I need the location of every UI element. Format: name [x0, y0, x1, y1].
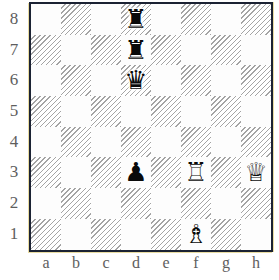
black-rook-d8: ♜	[121, 4, 151, 35]
square-d8[interactable]: ♜	[121, 4, 151, 35]
board: ♜♜♛♟♖♕♗	[29, 2, 273, 252]
square-b8[interactable]	[61, 4, 91, 35]
square-e3[interactable]	[151, 157, 181, 188]
square-f8[interactable]	[181, 4, 211, 35]
square-h2[interactable]	[241, 188, 271, 219]
file-label-d: d	[121, 251, 151, 275]
square-h4[interactable]	[241, 127, 271, 158]
square-g2[interactable]	[211, 188, 241, 219]
square-g4[interactable]	[211, 127, 241, 158]
square-b1[interactable]	[61, 219, 91, 250]
file-label-c: c	[91, 251, 121, 275]
white-rook-f3: ♖	[181, 157, 211, 188]
square-a6[interactable]	[31, 65, 61, 96]
rank-label-2: 2	[0, 188, 28, 219]
chess-diagram: 87654321 ♜♜♛♟♖♕♗ abcdefgh	[0, 0, 279, 280]
square-d4[interactable]	[121, 127, 151, 158]
square-b6[interactable]	[61, 65, 91, 96]
rank-labels: 87654321	[0, 4, 28, 250]
square-g3[interactable]	[211, 157, 241, 188]
black-pawn-d3: ♟	[121, 157, 151, 188]
file-label-g: g	[211, 251, 241, 275]
file-labels: abcdefgh	[31, 251, 271, 275]
square-a4[interactable]	[31, 127, 61, 158]
square-e7[interactable]	[151, 35, 181, 66]
square-e4[interactable]	[151, 127, 181, 158]
square-a3[interactable]	[31, 157, 61, 188]
square-b4[interactable]	[61, 127, 91, 158]
square-c2[interactable]	[91, 188, 121, 219]
square-g6[interactable]	[211, 65, 241, 96]
square-a7[interactable]	[31, 35, 61, 66]
square-f4[interactable]	[181, 127, 211, 158]
square-a8[interactable]	[31, 4, 61, 35]
square-f7[interactable]	[181, 35, 211, 66]
square-e6[interactable]	[151, 65, 181, 96]
square-d1[interactable]	[121, 219, 151, 250]
square-c8[interactable]	[91, 4, 121, 35]
rank-label-3: 3	[0, 157, 28, 188]
black-queen-d6: ♛	[121, 65, 151, 96]
square-c4[interactable]	[91, 127, 121, 158]
square-e2[interactable]	[151, 188, 181, 219]
square-d7[interactable]: ♜	[121, 35, 151, 66]
square-b2[interactable]	[61, 188, 91, 219]
file-label-a: a	[31, 251, 61, 275]
square-c7[interactable]	[91, 35, 121, 66]
square-a5[interactable]	[31, 96, 61, 127]
black-rook-d7: ♜	[121, 35, 151, 66]
file-label-b: b	[61, 251, 91, 275]
square-h7[interactable]	[241, 35, 271, 66]
square-h3[interactable]: ♕	[241, 157, 271, 188]
square-d2[interactable]	[121, 188, 151, 219]
square-c1[interactable]	[91, 219, 121, 250]
square-h1[interactable]	[241, 219, 271, 250]
square-g8[interactable]	[211, 4, 241, 35]
square-g7[interactable]	[211, 35, 241, 66]
file-label-h: h	[241, 251, 271, 275]
square-f2[interactable]	[181, 188, 211, 219]
square-f5[interactable]	[181, 96, 211, 127]
white-bishop-f1: ♗	[181, 219, 211, 250]
square-h5[interactable]	[241, 96, 271, 127]
square-c3[interactable]	[91, 157, 121, 188]
square-d6[interactable]: ♛	[121, 65, 151, 96]
square-g1[interactable]	[211, 219, 241, 250]
square-h6[interactable]	[241, 65, 271, 96]
rank-label-6: 6	[0, 65, 28, 96]
white-queen-h3: ♕	[241, 157, 271, 188]
square-e1[interactable]	[151, 219, 181, 250]
square-e5[interactable]	[151, 96, 181, 127]
square-b7[interactable]	[61, 35, 91, 66]
square-d3[interactable]: ♟	[121, 157, 151, 188]
file-label-e: e	[151, 251, 181, 275]
square-d5[interactable]	[121, 96, 151, 127]
square-b3[interactable]	[61, 157, 91, 188]
square-a1[interactable]	[31, 219, 61, 250]
rank-label-5: 5	[0, 96, 28, 127]
rank-label-1: 1	[0, 219, 28, 250]
square-b5[interactable]	[61, 96, 91, 127]
square-g5[interactable]	[211, 96, 241, 127]
square-f6[interactable]	[181, 65, 211, 96]
square-c6[interactable]	[91, 65, 121, 96]
rank-label-7: 7	[0, 35, 28, 66]
square-f1[interactable]: ♗	[181, 219, 211, 250]
rank-label-8: 8	[0, 4, 28, 35]
square-a2[interactable]	[31, 188, 61, 219]
rank-label-4: 4	[0, 127, 28, 158]
file-label-f: f	[181, 251, 211, 275]
square-h8[interactable]	[241, 4, 271, 35]
square-f3[interactable]: ♖	[181, 157, 211, 188]
square-e8[interactable]	[151, 4, 181, 35]
square-c5[interactable]	[91, 96, 121, 127]
